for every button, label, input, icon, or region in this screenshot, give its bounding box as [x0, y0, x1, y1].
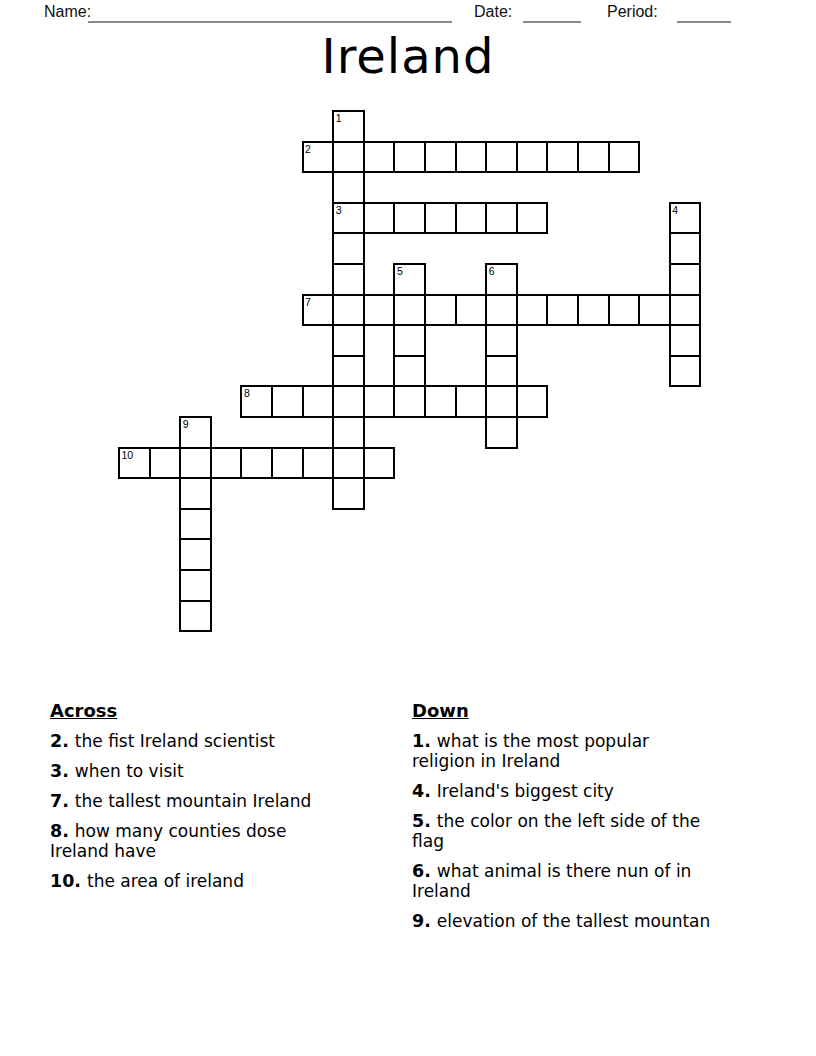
period-label: Period: — [607, 3, 658, 21]
grid-cell[interactable] — [485, 324, 518, 357]
clue-text: elevation of the tallest mountan — [437, 911, 710, 931]
grid-cell[interactable] — [424, 141, 457, 174]
grid-cell[interactable] — [455, 141, 488, 174]
grid-cell[interactable] — [332, 294, 365, 327]
grid-cell[interactable] — [393, 355, 426, 388]
clue-number: 4. — [412, 781, 431, 801]
grid-cell[interactable] — [240, 447, 273, 480]
grid-cell[interactable] — [210, 447, 243, 480]
clue-number: 6. — [412, 861, 431, 881]
grid-cell[interactable] — [608, 294, 641, 327]
grid-cell[interactable] — [516, 141, 549, 174]
grid-cell[interactable] — [516, 294, 549, 327]
grid-cell[interactable] — [332, 141, 365, 174]
grid-cell[interactable] — [669, 355, 702, 388]
clue-number: 7. — [50, 791, 69, 811]
grid-clue-number: 8 — [244, 388, 250, 399]
grid-cell[interactable] — [332, 447, 365, 480]
grid-cell[interactable] — [179, 569, 212, 602]
grid-clue-number: 2 — [305, 144, 311, 155]
clue-number: 1. — [412, 731, 431, 751]
grid-cell[interactable] — [363, 385, 396, 418]
clue-text: the area of ireland — [87, 871, 244, 891]
clue-text: the fist Ireland scientist — [75, 731, 275, 751]
grid-clue-number: 10 — [122, 450, 134, 461]
clue-number: 8. — [50, 821, 69, 841]
date-blank-line[interactable] — [523, 4, 581, 23]
clue-text: what animal is there nun of in Ireland — [412, 861, 691, 901]
grid-clue-number: 1 — [336, 113, 342, 124]
grid-cell[interactable] — [669, 232, 702, 265]
grid-clue-number: 4 — [672, 205, 678, 216]
grid-cell[interactable] — [179, 538, 212, 571]
crossword-grid: 12345678910 — [118, 110, 702, 633]
clue-number: 9. — [412, 911, 431, 931]
clue-text: Ireland's biggest city — [437, 781, 614, 801]
period-blank-line[interactable] — [677, 4, 731, 23]
clue-down-9: 9.elevation of the tallest mountan — [412, 911, 716, 931]
grid-cell[interactable] — [363, 294, 396, 327]
grid-cell[interactable] — [669, 324, 702, 357]
clue-text: when to visit — [75, 761, 184, 781]
clue-number: 10. — [50, 871, 81, 891]
name-label: Name: — [44, 3, 91, 21]
grid-cell[interactable] — [332, 416, 365, 449]
grid-clue-number: 7 — [305, 297, 311, 308]
grid-cell[interactable] — [332, 232, 365, 265]
grid-cell[interactable] — [179, 477, 212, 510]
grid-cell[interactable] — [546, 294, 579, 327]
clue-across-10: 10.the area of ireland — [50, 871, 332, 891]
grid-cell[interactable] — [332, 263, 365, 296]
grid-cell[interactable] — [485, 294, 518, 327]
clue-text: what is the most popular religion in Ire… — [412, 731, 649, 771]
clue-across-7: 7.the tallest mountain Ireland — [50, 791, 332, 811]
clue-across-2: 2.the fist Ireland scientist — [50, 731, 332, 751]
grid-cell[interactable] — [332, 324, 365, 357]
grid-cell[interactable] — [332, 355, 365, 388]
grid-cell[interactable] — [424, 385, 457, 418]
grid-cell[interactable] — [669, 294, 702, 327]
grid-cell[interactable] — [271, 447, 304, 480]
grid-cell[interactable] — [516, 202, 549, 235]
worksheet-page: Name: Date: Period: Ireland 12345678910 … — [0, 0, 816, 1056]
grid-cell[interactable] — [424, 294, 457, 327]
grid-cell[interactable] — [302, 447, 335, 480]
clue-text: the tallest mountain Ireland — [75, 791, 312, 811]
grid-cell[interactable] — [149, 447, 182, 480]
grid-clue-number: 3 — [336, 205, 342, 216]
grid-cell[interactable] — [455, 385, 488, 418]
grid-cell[interactable] — [179, 600, 212, 633]
grid-cell[interactable] — [393, 202, 426, 235]
clue-down-6: 6.what animal is there nun of in Ireland — [412, 861, 716, 901]
grid-cell[interactable] — [638, 294, 671, 327]
grid-cell[interactable] — [546, 141, 579, 174]
grid-cell[interactable] — [363, 202, 396, 235]
grid-cell[interactable] — [393, 141, 426, 174]
grid-cell[interactable] — [302, 385, 335, 418]
grid-clue-number: 5 — [397, 266, 403, 277]
grid-clue-number: 9 — [183, 419, 189, 430]
clue-text: the color on the left side of the flag — [412, 811, 700, 851]
clue-text: how many counties dose Ireland have — [50, 821, 286, 861]
clue-down-1: 1.what is the most popular religion in I… — [412, 731, 716, 771]
page-title: Ireland — [0, 28, 816, 84]
grid-cell[interactable] — [577, 141, 610, 174]
down-heading: Down — [412, 700, 716, 721]
clue-number: 3. — [50, 761, 69, 781]
across-clues-section: Across 2.the fist Ireland scientist 3.wh… — [50, 700, 332, 891]
grid-cell[interactable] — [332, 477, 365, 510]
clue-number: 2. — [50, 731, 69, 751]
clue-down-5: 5.the color on the left side of the flag — [412, 811, 716, 851]
grid-cell[interactable] — [179, 508, 212, 541]
name-blank-line[interactable] — [88, 4, 452, 23]
grid-cell[interactable] — [455, 202, 488, 235]
grid-cell[interactable] — [608, 141, 641, 174]
grid-cell[interactable] — [363, 447, 396, 480]
across-heading: Across — [50, 700, 332, 721]
grid-cell[interactable] — [455, 294, 488, 327]
grid-cell[interactable] — [485, 355, 518, 388]
grid-cell[interactable] — [485, 202, 518, 235]
grid-cell[interactable] — [332, 385, 365, 418]
down-clues-section: Down 1.what is the most popular religion… — [412, 700, 716, 931]
grid-cell[interactable] — [485, 141, 518, 174]
clue-down-4: 4.Ireland's biggest city — [412, 781, 716, 801]
clue-across-3: 3.when to visit — [50, 761, 332, 781]
clue-across-8: 8.how many counties dose Ireland have — [50, 821, 332, 861]
grid-cell[interactable] — [516, 385, 549, 418]
grid-clue-number: 6 — [489, 266, 495, 277]
grid-cell[interactable] — [363, 141, 396, 174]
grid-cell[interactable] — [424, 202, 457, 235]
grid-cell[interactable] — [332, 171, 365, 204]
clue-number: 5. — [412, 811, 431, 831]
grid-cell[interactable] — [485, 416, 518, 449]
grid-cell[interactable] — [393, 294, 426, 327]
grid-cell[interactable] — [271, 385, 304, 418]
grid-cell[interactable] — [577, 294, 610, 327]
date-label: Date: — [474, 3, 512, 21]
grid-cell[interactable] — [669, 263, 702, 296]
grid-cell[interactable] — [179, 447, 212, 480]
grid-cell[interactable] — [393, 324, 426, 357]
grid-cell[interactable] — [393, 385, 426, 418]
grid-cell[interactable] — [485, 385, 518, 418]
